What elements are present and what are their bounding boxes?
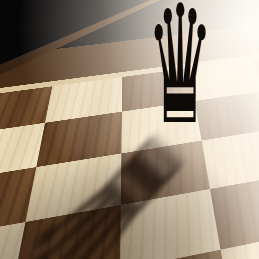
black-queen-piece: ♛: [134, 0, 226, 148]
photo-stage: ♛ ♛: [0, 0, 259, 259]
